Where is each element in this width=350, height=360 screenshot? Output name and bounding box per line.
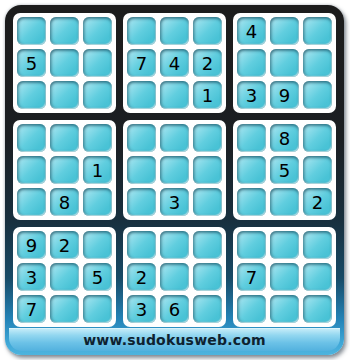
cell-r9c5[interactable]: 6 [160,295,189,323]
cell-r3c6[interactable]: 1 [193,81,222,109]
cell-r4c5[interactable] [160,124,189,152]
cell-r1c9[interactable] [303,17,332,45]
cell-r2c7[interactable] [237,49,266,77]
cell-r3c5[interactable] [160,81,189,109]
cell-r2c6[interactable]: 2 [193,49,222,77]
cell-r1c3[interactable] [83,17,112,45]
cell-r6c4[interactable] [127,188,156,216]
cell-r6c1[interactable] [17,188,46,216]
cell-r8c3[interactable]: 5 [83,263,112,291]
given-digit: 7 [26,300,37,319]
given-digit: 8 [279,129,290,148]
cell-r1c8[interactable] [270,17,299,45]
given-digit: 7 [136,54,147,73]
cell-r4c2[interactable] [50,124,79,152]
box-3-1: 92357 [13,227,116,327]
cell-r3c1[interactable] [17,81,46,109]
page: 57421439183852923572367 www.sudokusweb.c… [0,0,350,360]
cell-r1c5[interactable] [160,17,189,45]
cell-r5c8[interactable]: 5 [270,156,299,184]
cell-r5c3[interactable]: 1 [83,156,112,184]
cell-r8c2[interactable] [50,263,79,291]
cell-r8c6[interactable] [193,263,222,291]
cell-r7c4[interactable] [127,231,156,259]
cell-r9c3[interactable] [83,295,112,323]
given-digit: 3 [136,300,147,319]
cell-r6c5[interactable]: 3 [160,188,189,216]
cell-r9c9[interactable] [303,295,332,323]
cell-r2c3[interactable] [83,49,112,77]
cell-r7c7[interactable] [237,231,266,259]
cell-r8c9[interactable] [303,263,332,291]
box-2-2: 3 [123,120,226,220]
cell-r5c4[interactable] [127,156,156,184]
cell-r5c6[interactable] [193,156,222,184]
cell-r9c6[interactable] [193,295,222,323]
cell-r6c9[interactable]: 2 [303,188,332,216]
given-digit: 7 [246,268,257,287]
cell-r2c1[interactable]: 5 [17,49,46,77]
cell-r9c1[interactable]: 7 [17,295,46,323]
given-digit: 8 [59,193,70,212]
cell-r2c2[interactable] [50,49,79,77]
cell-r5c9[interactable] [303,156,332,184]
box-2-3: 852 [233,120,336,220]
cell-r4c1[interactable] [17,124,46,152]
cell-r9c8[interactable] [270,295,299,323]
cell-r9c7[interactable] [237,295,266,323]
cell-r8c5[interactable] [160,263,189,291]
cell-r9c4[interactable]: 3 [127,295,156,323]
given-digit: 9 [26,236,37,255]
cell-r2c8[interactable] [270,49,299,77]
given-digit: 2 [202,54,213,73]
cell-r8c7[interactable]: 7 [237,263,266,291]
cell-r2c4[interactable]: 7 [127,49,156,77]
cell-r5c1[interactable] [17,156,46,184]
cell-r7c3[interactable] [83,231,112,259]
sudoku-frame: 57421439183852923572367 www.sudokusweb.c… [5,5,344,355]
site-url-label: www.sudokusweb.com [83,332,266,348]
cell-r2c5[interactable]: 4 [160,49,189,77]
cell-r7c9[interactable] [303,231,332,259]
cell-r2c9[interactable] [303,49,332,77]
cell-r3c9[interactable] [303,81,332,109]
cell-r3c2[interactable] [50,81,79,109]
given-digit: 4 [246,22,257,41]
cell-r9c2[interactable] [50,295,79,323]
given-digit: 3 [169,193,180,212]
cell-r1c7[interactable]: 4 [237,17,266,45]
box-2-1: 18 [13,120,116,220]
cell-r1c2[interactable] [50,17,79,45]
cell-r4c6[interactable] [193,124,222,152]
cell-r4c8[interactable]: 8 [270,124,299,152]
box-3-2: 236 [123,227,226,327]
cell-r3c3[interactable] [83,81,112,109]
cell-r4c7[interactable] [237,124,266,152]
cell-r4c3[interactable] [83,124,112,152]
cell-r3c4[interactable] [127,81,156,109]
cell-r7c2[interactable]: 2 [50,231,79,259]
cell-r7c1[interactable]: 9 [17,231,46,259]
cell-r6c2[interactable]: 8 [50,188,79,216]
given-digit: 3 [246,86,257,105]
cell-r6c8[interactable] [270,188,299,216]
given-digit: 9 [279,86,290,105]
cell-r1c1[interactable] [17,17,46,45]
cell-r6c6[interactable] [193,188,222,216]
cell-r6c3[interactable] [83,188,112,216]
given-digit: 2 [312,193,323,212]
cell-r4c4[interactable] [127,124,156,152]
cell-r3c8[interactable]: 9 [270,81,299,109]
cell-r7c8[interactable] [270,231,299,259]
given-digit: 5 [92,268,103,287]
box-3-3: 7 [233,227,336,327]
cell-r7c5[interactable] [160,231,189,259]
box-1-2: 7421 [123,13,226,113]
box-1-3: 439 [233,13,336,113]
given-digit: 1 [202,86,213,105]
cell-r5c7[interactable] [237,156,266,184]
sudoku-board: 57421439183852923572367 [13,13,336,327]
box-1-1: 5 [13,13,116,113]
given-digit: 2 [59,236,70,255]
cell-r5c2[interactable] [50,156,79,184]
cell-r8c4[interactable]: 2 [127,263,156,291]
given-digit: 6 [169,300,180,319]
cell-r1c4[interactable] [127,17,156,45]
given-digit: 4 [169,54,180,73]
cell-r5c5[interactable] [160,156,189,184]
cell-r6c7[interactable] [237,188,266,216]
given-digit: 5 [279,161,290,180]
given-digit: 2 [136,268,147,287]
cell-r8c8[interactable] [270,263,299,291]
given-digit: 1 [92,161,103,180]
given-digit: 5 [26,54,37,73]
cell-r4c9[interactable] [303,124,332,152]
given-digit: 3 [26,268,37,287]
cell-r7c6[interactable] [193,231,222,259]
cell-r1c6[interactable] [193,17,222,45]
cell-r3c7[interactable]: 3 [237,81,266,109]
footer-bar: www.sudokusweb.com [9,328,340,351]
cell-r8c1[interactable]: 3 [17,263,46,291]
